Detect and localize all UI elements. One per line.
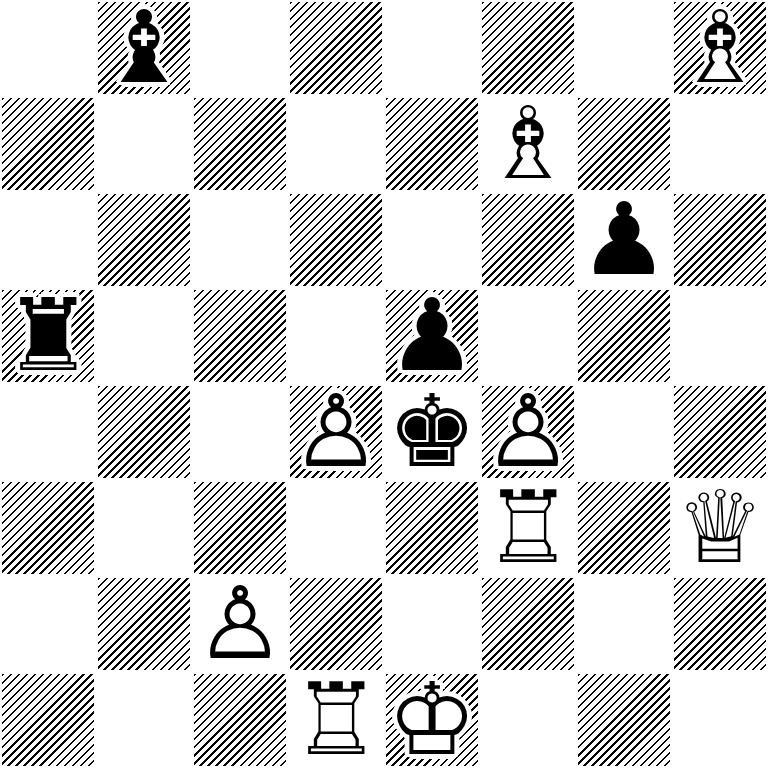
square-b7[interactable] <box>96 96 192 192</box>
piece-black-bishop: ♝♝ <box>98 2 190 94</box>
square-c1[interactable] <box>192 672 288 768</box>
square-g8[interactable] <box>576 0 672 96</box>
piece-glyph-black-rook: ♜ <box>2 290 94 382</box>
square-a2[interactable] <box>0 576 96 672</box>
piece-glyph-black-king: ♚ <box>384 384 480 480</box>
square-e4[interactable]: ♚♚ <box>384 384 480 480</box>
square-d2[interactable] <box>288 576 384 672</box>
square-f3[interactable]: ♜♖ <box>480 480 576 576</box>
piece-white-rook: ♜♖ <box>480 480 576 576</box>
square-a7[interactable] <box>0 96 96 192</box>
square-d1[interactable]: ♜♖ <box>288 672 384 768</box>
square-b4[interactable] <box>96 384 192 480</box>
square-b6[interactable] <box>96 192 192 288</box>
square-f2[interactable] <box>480 576 576 672</box>
square-g7[interactable] <box>576 96 672 192</box>
square-d8[interactable] <box>288 0 384 96</box>
square-h8[interactable]: ♝♗ <box>672 0 768 96</box>
piece-glyph-white-queen: ♕ <box>672 480 768 576</box>
square-c2[interactable]: ♟♙ <box>192 576 288 672</box>
square-a5[interactable]: ♜♜ <box>0 288 96 384</box>
square-d5[interactable] <box>288 288 384 384</box>
piece-white-bishop: ♝♗ <box>674 2 766 94</box>
square-e6[interactable] <box>384 192 480 288</box>
piece-white-king: ♚♔ <box>386 674 478 766</box>
square-h6[interactable] <box>672 192 768 288</box>
square-c8[interactable] <box>192 0 288 96</box>
square-c7[interactable] <box>192 96 288 192</box>
square-d4[interactable]: ♟♙ <box>288 384 384 480</box>
piece-glyph-white-pawn: ♙ <box>192 576 288 672</box>
square-f8[interactable] <box>480 0 576 96</box>
square-f1[interactable] <box>480 672 576 768</box>
square-e2[interactable] <box>384 576 480 672</box>
square-d6[interactable] <box>288 192 384 288</box>
piece-black-pawn: ♟♟ <box>576 192 672 288</box>
square-b5[interactable] <box>96 288 192 384</box>
square-f4[interactable]: ♟♙ <box>480 384 576 480</box>
piece-glyph-black-bishop: ♝ <box>98 2 190 94</box>
piece-white-pawn: ♟♙ <box>482 386 574 478</box>
square-a3[interactable] <box>0 480 96 576</box>
square-f6[interactable] <box>480 192 576 288</box>
piece-glyph-white-king: ♔ <box>386 674 478 766</box>
square-a8[interactable] <box>0 0 96 96</box>
square-h7[interactable] <box>672 96 768 192</box>
piece-glyph-white-bishop: ♗ <box>674 2 766 94</box>
square-g3[interactable] <box>576 480 672 576</box>
square-g2[interactable] <box>576 576 672 672</box>
square-f5[interactable] <box>480 288 576 384</box>
square-b3[interactable] <box>96 480 192 576</box>
square-h3[interactable]: ♛♕ <box>672 480 768 576</box>
piece-white-pawn: ♟♙ <box>290 386 382 478</box>
square-e8[interactable] <box>384 0 480 96</box>
square-f7[interactable]: ♝♗ <box>480 96 576 192</box>
square-h1[interactable] <box>672 672 768 768</box>
piece-black-pawn: ♟♟ <box>386 290 478 382</box>
piece-glyph-white-rook: ♖ <box>480 480 576 576</box>
square-g4[interactable] <box>576 384 672 480</box>
square-b2[interactable] <box>96 576 192 672</box>
square-b8[interactable]: ♝♝ <box>96 0 192 96</box>
square-g5[interactable] <box>576 288 672 384</box>
piece-white-queen: ♛♕ <box>672 480 768 576</box>
piece-white-bishop: ♝♗ <box>480 96 576 192</box>
piece-glyph-white-pawn: ♙ <box>290 386 382 478</box>
square-g6[interactable]: ♟♟ <box>576 192 672 288</box>
square-h5[interactable] <box>672 288 768 384</box>
piece-black-rook: ♜♜ <box>2 290 94 382</box>
square-h4[interactable] <box>672 384 768 480</box>
square-e1[interactable]: ♚♔ <box>384 672 480 768</box>
square-c6[interactable] <box>192 192 288 288</box>
square-a4[interactable] <box>0 384 96 480</box>
square-e5[interactable]: ♟♟ <box>384 288 480 384</box>
square-c5[interactable] <box>192 288 288 384</box>
piece-white-pawn: ♟♙ <box>192 576 288 672</box>
square-d3[interactable] <box>288 480 384 576</box>
piece-glyph-white-pawn: ♙ <box>482 386 574 478</box>
square-c4[interactable] <box>192 384 288 480</box>
square-c3[interactable] <box>192 480 288 576</box>
square-g1[interactable] <box>576 672 672 768</box>
square-a6[interactable] <box>0 192 96 288</box>
piece-glyph-black-pawn: ♟ <box>576 192 672 288</box>
square-e3[interactable] <box>384 480 480 576</box>
piece-glyph-white-bishop: ♗ <box>480 96 576 192</box>
piece-black-king: ♚♚ <box>384 384 480 480</box>
square-h2[interactable] <box>672 576 768 672</box>
piece-white-rook: ♜♖ <box>288 672 384 768</box>
square-e7[interactable] <box>384 96 480 192</box>
square-b1[interactable] <box>96 672 192 768</box>
square-d7[interactable] <box>288 96 384 192</box>
square-a1[interactable] <box>0 672 96 768</box>
piece-glyph-white-rook: ♖ <box>288 672 384 768</box>
chess-board: ♝♝♝♗♝♗♟♟♜♜♟♟♟♙♚♚♟♙♜♖♛♕♟♙♜♖♚♔ <box>0 0 768 768</box>
piece-glyph-black-pawn: ♟ <box>386 290 478 382</box>
